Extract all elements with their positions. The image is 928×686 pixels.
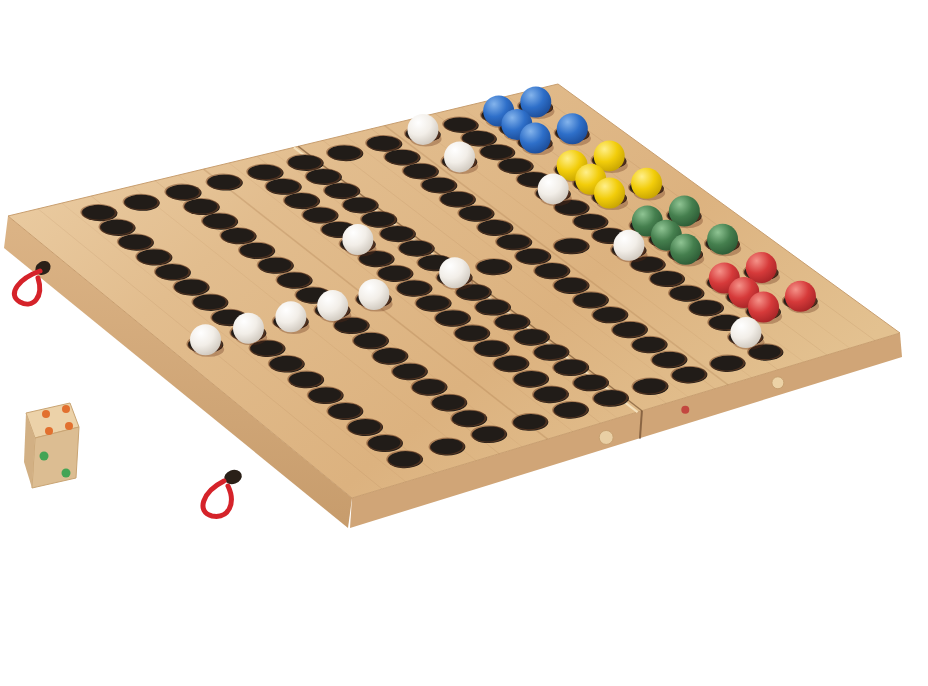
- die-pip-top: [65, 422, 73, 430]
- cord-loop: [203, 481, 231, 516]
- cord-notch: [222, 467, 244, 486]
- front-face-magnet-dot: [681, 406, 689, 414]
- product-photo: [0, 0, 928, 686]
- front-face-dowel: [772, 377, 784, 389]
- cord-loop: [14, 271, 40, 304]
- board-scene: [0, 0, 928, 686]
- die-pip-top: [62, 405, 70, 413]
- die-pip-top: [45, 427, 53, 435]
- die-pip-front: [62, 469, 71, 478]
- die-pip-top: [42, 410, 50, 418]
- front-face-dowel: [599, 430, 613, 444]
- wooden-die[interactable]: [24, 403, 79, 488]
- die-pip-front: [40, 452, 49, 461]
